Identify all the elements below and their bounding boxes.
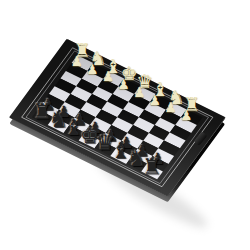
playing-field	[32, 55, 203, 179]
chess-set-photo: ♜♞♝♚♛♝♞♜♟♟♟♟♟♟♟♟♟♟♟♟♟♟♟♟♜♞♝♚♛♝♞♜	[0, 0, 250, 250]
